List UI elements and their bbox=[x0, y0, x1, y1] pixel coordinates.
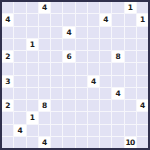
empty-cell[interactable] bbox=[76, 112, 87, 123]
empty-cell[interactable] bbox=[100, 125, 111, 136]
clue-cell: 4 bbox=[100, 14, 111, 25]
clue-cell: 4 bbox=[112, 88, 123, 99]
empty-cell[interactable] bbox=[14, 100, 25, 111]
empty-cell[interactable] bbox=[137, 88, 148, 99]
empty-cell[interactable] bbox=[76, 88, 87, 99]
clue-cell: 1 bbox=[137, 14, 148, 25]
empty-cell[interactable] bbox=[112, 76, 123, 87]
empty-cell[interactable] bbox=[112, 27, 123, 38]
clue-cell: 3 bbox=[2, 76, 13, 87]
empty-cell[interactable] bbox=[137, 63, 148, 74]
empty-cell[interactable] bbox=[51, 51, 62, 62]
nurikabe-board: 414414126834428414410 bbox=[0, 0, 150, 150]
empty-cell[interactable] bbox=[27, 100, 38, 111]
empty-cell[interactable] bbox=[2, 63, 13, 74]
empty-cell[interactable] bbox=[100, 39, 111, 50]
empty-cell[interactable] bbox=[14, 39, 25, 50]
empty-cell[interactable] bbox=[125, 76, 136, 87]
empty-cell[interactable] bbox=[137, 39, 148, 50]
empty-cell[interactable] bbox=[63, 2, 74, 13]
empty-cell[interactable] bbox=[112, 2, 123, 13]
clue-cell: 4 bbox=[2, 14, 13, 25]
empty-cell[interactable] bbox=[63, 88, 74, 99]
empty-cell[interactable] bbox=[2, 2, 13, 13]
empty-cell[interactable] bbox=[27, 2, 38, 13]
empty-cell[interactable] bbox=[14, 137, 25, 148]
empty-cell[interactable] bbox=[76, 2, 87, 13]
empty-cell[interactable] bbox=[51, 100, 62, 111]
empty-cell[interactable] bbox=[88, 125, 99, 136]
empty-cell[interactable] bbox=[2, 125, 13, 136]
clue-cell: 10 bbox=[125, 137, 136, 148]
empty-cell[interactable] bbox=[39, 76, 50, 87]
empty-cell[interactable] bbox=[39, 14, 50, 25]
clue-cell: 1 bbox=[125, 2, 136, 13]
clue-cell: 4 bbox=[88, 76, 99, 87]
empty-cell[interactable] bbox=[14, 76, 25, 87]
empty-cell[interactable] bbox=[76, 63, 87, 74]
empty-cell[interactable] bbox=[51, 63, 62, 74]
empty-cell[interactable] bbox=[76, 76, 87, 87]
empty-cell[interactable] bbox=[88, 2, 99, 13]
empty-cell[interactable] bbox=[27, 137, 38, 148]
empty-cell[interactable] bbox=[39, 63, 50, 74]
empty-cell[interactable] bbox=[63, 39, 74, 50]
clue-cell: 1 bbox=[27, 39, 38, 50]
empty-cell[interactable] bbox=[51, 112, 62, 123]
empty-cell[interactable] bbox=[39, 88, 50, 99]
empty-cell[interactable] bbox=[125, 27, 136, 38]
clue-cell: 4 bbox=[14, 125, 25, 136]
empty-cell[interactable] bbox=[125, 125, 136, 136]
empty-cell[interactable] bbox=[63, 137, 74, 148]
empty-cell[interactable] bbox=[27, 88, 38, 99]
empty-cell[interactable] bbox=[27, 63, 38, 74]
empty-cell[interactable] bbox=[100, 76, 111, 87]
empty-cell[interactable] bbox=[125, 39, 136, 50]
clue-cell: 8 bbox=[39, 100, 50, 111]
empty-cell[interactable] bbox=[63, 100, 74, 111]
empty-cell[interactable] bbox=[51, 76, 62, 87]
empty-cell[interactable] bbox=[14, 51, 25, 62]
empty-cell[interactable] bbox=[27, 14, 38, 25]
empty-cell[interactable] bbox=[63, 112, 74, 123]
empty-cell[interactable] bbox=[76, 51, 87, 62]
empty-cell[interactable] bbox=[14, 63, 25, 74]
empty-cell[interactable] bbox=[112, 137, 123, 148]
empty-cell[interactable] bbox=[112, 100, 123, 111]
clue-cell: 2 bbox=[2, 51, 13, 62]
empty-cell[interactable] bbox=[88, 88, 99, 99]
empty-cell[interactable] bbox=[100, 112, 111, 123]
empty-cell[interactable] bbox=[51, 88, 62, 99]
empty-cell[interactable] bbox=[112, 125, 123, 136]
clue-cell: 1 bbox=[27, 112, 38, 123]
empty-cell[interactable] bbox=[14, 88, 25, 99]
empty-cell[interactable] bbox=[137, 76, 148, 87]
empty-cell[interactable] bbox=[76, 39, 87, 50]
empty-cell[interactable] bbox=[137, 137, 148, 148]
empty-cell[interactable] bbox=[100, 63, 111, 74]
empty-cell[interactable] bbox=[39, 112, 50, 123]
empty-cell[interactable] bbox=[2, 39, 13, 50]
empty-cell[interactable] bbox=[100, 2, 111, 13]
empty-cell[interactable] bbox=[125, 63, 136, 74]
empty-cell[interactable] bbox=[112, 39, 123, 50]
empty-cell[interactable] bbox=[76, 27, 87, 38]
empty-cell[interactable] bbox=[137, 51, 148, 62]
empty-cell[interactable] bbox=[76, 14, 87, 25]
empty-cell[interactable] bbox=[27, 27, 38, 38]
empty-cell[interactable] bbox=[137, 2, 148, 13]
empty-cell[interactable] bbox=[125, 100, 136, 111]
empty-cell[interactable] bbox=[125, 14, 136, 25]
empty-cell[interactable] bbox=[88, 27, 99, 38]
clue-cell: 4 bbox=[39, 137, 50, 148]
empty-cell[interactable] bbox=[51, 27, 62, 38]
empty-cell[interactable] bbox=[88, 51, 99, 62]
empty-cell[interactable] bbox=[51, 137, 62, 148]
empty-cell[interactable] bbox=[76, 125, 87, 136]
empty-cell[interactable] bbox=[39, 27, 50, 38]
empty-cell[interactable] bbox=[100, 100, 111, 111]
empty-cell[interactable] bbox=[88, 137, 99, 148]
empty-cell[interactable] bbox=[88, 100, 99, 111]
empty-cell[interactable] bbox=[100, 27, 111, 38]
empty-cell[interactable] bbox=[112, 63, 123, 74]
empty-cell[interactable] bbox=[137, 125, 148, 136]
empty-cell[interactable] bbox=[88, 63, 99, 74]
empty-cell[interactable] bbox=[88, 112, 99, 123]
empty-cell[interactable] bbox=[14, 14, 25, 25]
empty-cell[interactable] bbox=[2, 27, 13, 38]
empty-cell[interactable] bbox=[2, 88, 13, 99]
empty-cell[interactable] bbox=[88, 14, 99, 25]
empty-cell[interactable] bbox=[2, 137, 13, 148]
empty-cell[interactable] bbox=[125, 112, 136, 123]
empty-cell[interactable] bbox=[39, 125, 50, 136]
empty-cell[interactable] bbox=[14, 2, 25, 13]
empty-cell[interactable] bbox=[88, 39, 99, 50]
empty-cell[interactable] bbox=[51, 125, 62, 136]
empty-cell[interactable] bbox=[14, 112, 25, 123]
empty-cell[interactable] bbox=[100, 88, 111, 99]
empty-cell[interactable] bbox=[112, 14, 123, 25]
empty-cell[interactable] bbox=[51, 14, 62, 25]
empty-cell[interactable] bbox=[63, 63, 74, 74]
clue-cell: 4 bbox=[39, 2, 50, 13]
empty-cell[interactable] bbox=[27, 125, 38, 136]
empty-cell[interactable] bbox=[76, 100, 87, 111]
empty-cell[interactable] bbox=[125, 51, 136, 62]
empty-cell[interactable] bbox=[51, 2, 62, 13]
empty-cell[interactable] bbox=[137, 27, 148, 38]
empty-cell[interactable] bbox=[112, 112, 123, 123]
clue-cell: 2 bbox=[2, 100, 13, 111]
empty-cell[interactable] bbox=[14, 27, 25, 38]
empty-cell[interactable] bbox=[100, 137, 111, 148]
clue-cell: 4 bbox=[63, 27, 74, 38]
empty-cell[interactable] bbox=[63, 125, 74, 136]
empty-cell[interactable] bbox=[137, 112, 148, 123]
clue-cell: 8 bbox=[112, 51, 123, 62]
empty-cell[interactable] bbox=[63, 14, 74, 25]
clue-cell: 4 bbox=[137, 100, 148, 111]
empty-cell[interactable] bbox=[27, 76, 38, 87]
empty-cell[interactable] bbox=[100, 51, 111, 62]
empty-cell[interactable] bbox=[63, 76, 74, 87]
empty-cell[interactable] bbox=[27, 51, 38, 62]
empty-cell[interactable] bbox=[39, 51, 50, 62]
clue-cell: 6 bbox=[63, 51, 74, 62]
empty-cell[interactable] bbox=[76, 137, 87, 148]
empty-cell[interactable] bbox=[2, 112, 13, 123]
empty-cell[interactable] bbox=[51, 39, 62, 50]
empty-cell[interactable] bbox=[39, 39, 50, 50]
empty-cell[interactable] bbox=[125, 88, 136, 99]
